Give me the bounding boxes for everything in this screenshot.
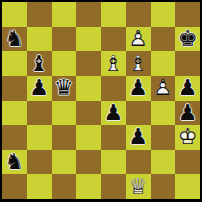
- square-h8[interactable]: [175, 2, 200, 27]
- square-a5[interactable]: [2, 76, 27, 101]
- square-c6[interactable]: [52, 51, 77, 76]
- square-d1[interactable]: [76, 174, 101, 199]
- square-d7[interactable]: [76, 27, 101, 52]
- square-h4[interactable]: ♟: [175, 101, 200, 126]
- square-g8[interactable]: [151, 2, 176, 27]
- square-c1[interactable]: [52, 174, 77, 199]
- square-e4[interactable]: ♟: [101, 101, 126, 126]
- square-g3[interactable]: [151, 125, 176, 150]
- square-b4[interactable]: [27, 101, 52, 126]
- square-c8[interactable]: [52, 2, 77, 27]
- square-e8[interactable]: [101, 2, 126, 27]
- square-f1[interactable]: ♛♕: [126, 174, 151, 199]
- square-d5[interactable]: [76, 76, 101, 101]
- square-f3[interactable]: ♟: [126, 125, 151, 150]
- white-bishop[interactable]: ♝♗: [126, 51, 151, 76]
- square-e3[interactable]: [101, 125, 126, 150]
- square-f7[interactable]: ♟♙: [126, 27, 151, 52]
- square-g2[interactable]: [151, 150, 176, 175]
- black-bishop[interactable]: ♝: [27, 51, 52, 76]
- white-piece-outline: ♔: [175, 125, 200, 150]
- square-d4[interactable]: [76, 101, 101, 126]
- black-knight[interactable]: ♞: [2, 27, 27, 52]
- square-f4[interactable]: [126, 101, 151, 126]
- chess-board: ♞♟♙♚♝♝♗♝♗♟♛♟♟♙♟♟♟♟♚♔♞♛♕: [2, 2, 200, 199]
- square-h2[interactable]: [175, 150, 200, 175]
- square-b1[interactable]: [27, 174, 52, 199]
- square-f6[interactable]: ♝♗: [126, 51, 151, 76]
- square-e6[interactable]: ♝♗: [101, 51, 126, 76]
- square-f8[interactable]: [126, 2, 151, 27]
- square-a2[interactable]: ♞: [2, 150, 27, 175]
- white-piece-outline: ♗: [126, 51, 151, 76]
- square-a1[interactable]: [2, 174, 27, 199]
- square-g6[interactable]: [151, 51, 176, 76]
- square-h1[interactable]: [175, 174, 200, 199]
- square-f2[interactable]: [126, 150, 151, 175]
- square-c2[interactable]: [52, 150, 77, 175]
- square-h5[interactable]: ♟: [175, 76, 200, 101]
- square-f5[interactable]: ♟: [126, 76, 151, 101]
- square-g4[interactable]: [151, 101, 176, 126]
- square-h7[interactable]: ♚: [175, 27, 200, 52]
- square-e1[interactable]: [101, 174, 126, 199]
- white-piece-outline: ♗: [101, 51, 126, 76]
- square-a7[interactable]: ♞: [2, 27, 27, 52]
- square-h6[interactable]: [175, 51, 200, 76]
- square-b8[interactable]: [27, 2, 52, 27]
- square-e2[interactable]: [101, 150, 126, 175]
- black-queen[interactable]: ♛: [52, 76, 77, 101]
- square-c7[interactable]: [52, 27, 77, 52]
- black-pawn[interactable]: ♟: [126, 76, 151, 101]
- black-knight[interactable]: ♞: [2, 150, 27, 175]
- square-b2[interactable]: [27, 150, 52, 175]
- square-a8[interactable]: [2, 2, 27, 27]
- white-pawn[interactable]: ♟♙: [151, 76, 176, 101]
- square-b6[interactable]: ♝: [27, 51, 52, 76]
- square-a6[interactable]: [2, 51, 27, 76]
- white-piece-outline: ♙: [151, 76, 176, 101]
- square-h3[interactable]: ♚♔: [175, 125, 200, 150]
- white-pawn[interactable]: ♟♙: [126, 27, 151, 52]
- white-queen[interactable]: ♛♕: [126, 174, 151, 199]
- square-b5[interactable]: ♟: [27, 76, 52, 101]
- square-e7[interactable]: [101, 27, 126, 52]
- square-e5[interactable]: [101, 76, 126, 101]
- black-pawn[interactable]: ♟: [175, 76, 200, 101]
- white-king[interactable]: ♚♔: [175, 125, 200, 150]
- white-bishop[interactable]: ♝♗: [101, 51, 126, 76]
- black-king[interactable]: ♚: [175, 27, 200, 52]
- white-piece-outline: ♙: [126, 27, 151, 52]
- square-c3[interactable]: [52, 125, 77, 150]
- square-g7[interactable]: [151, 27, 176, 52]
- chess-board-frame: ♞♟♙♚♝♝♗♝♗♟♛♟♟♙♟♟♟♟♚♔♞♛♕: [0, 0, 202, 202]
- black-pawn[interactable]: ♟: [27, 76, 52, 101]
- white-piece-outline: ♕: [126, 174, 151, 199]
- square-d3[interactable]: [76, 125, 101, 150]
- square-a3[interactable]: [2, 125, 27, 150]
- black-pawn[interactable]: ♟: [101, 101, 126, 126]
- square-d8[interactable]: [76, 2, 101, 27]
- square-d2[interactable]: [76, 150, 101, 175]
- square-b7[interactable]: [27, 27, 52, 52]
- black-pawn[interactable]: ♟: [126, 125, 151, 150]
- square-d6[interactable]: [76, 51, 101, 76]
- square-g5[interactable]: ♟♙: [151, 76, 176, 101]
- black-pawn[interactable]: ♟: [175, 101, 200, 126]
- square-b3[interactable]: [27, 125, 52, 150]
- square-c4[interactable]: [52, 101, 77, 126]
- square-c5[interactable]: ♛: [52, 76, 77, 101]
- square-g1[interactable]: [151, 174, 176, 199]
- square-a4[interactable]: [2, 101, 27, 126]
